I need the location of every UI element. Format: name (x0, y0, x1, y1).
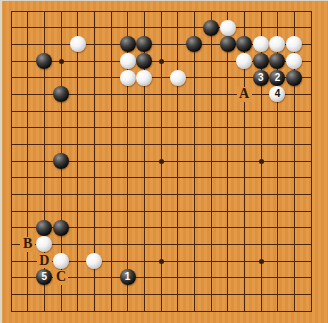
intersection-A14[interactable] (3, 86, 20, 103)
intersection-G6[interactable] (103, 219, 120, 236)
intersection-G5[interactable] (103, 236, 120, 253)
intersection-C4[interactable]: D (36, 253, 53, 270)
intersection-D16[interactable] (53, 53, 70, 70)
intersection-O11[interactable] (219, 136, 236, 153)
intersection-G15[interactable] (103, 69, 120, 86)
intersection-R15[interactable]: 2 (269, 69, 286, 86)
intersection-T16[interactable] (302, 53, 319, 70)
intersection-E12[interactable] (69, 119, 86, 136)
intersection-L12[interactable] (169, 119, 186, 136)
intersection-R14[interactable]: 4 (269, 86, 286, 103)
intersection-D6[interactable] (53, 219, 70, 236)
intersection-N18[interactable] (203, 19, 220, 36)
intersection-H14[interactable] (119, 86, 136, 103)
intersection-S15[interactable] (286, 69, 303, 86)
intersection-E13[interactable] (69, 103, 86, 120)
intersection-J8[interactable] (136, 186, 153, 203)
intersection-Q17[interactable] (253, 36, 270, 53)
intersection-Q16[interactable] (253, 53, 270, 70)
intersection-B16[interactable] (19, 53, 36, 70)
intersection-Q4[interactable] (253, 253, 270, 270)
intersection-M6[interactable] (186, 219, 203, 236)
intersection-A3[interactable] (3, 269, 20, 286)
intersection-K1[interactable] (153, 302, 170, 319)
intersection-C2[interactable] (36, 286, 53, 303)
intersection-Q14[interactable] (253, 86, 270, 103)
intersection-P16[interactable] (236, 53, 253, 70)
intersection-B13[interactable] (19, 103, 36, 120)
intersection-Q19[interactable] (253, 3, 270, 20)
intersection-G18[interactable] (103, 19, 120, 36)
intersection-B9[interactable] (19, 169, 36, 186)
intersection-C8[interactable] (36, 186, 53, 203)
intersection-Q9[interactable] (253, 169, 270, 186)
intersection-B18[interactable] (19, 19, 36, 36)
intersection-B2[interactable] (19, 286, 36, 303)
intersection-T4[interactable] (302, 253, 319, 270)
intersection-M4[interactable] (186, 253, 203, 270)
intersection-F2[interactable] (86, 286, 103, 303)
intersection-D1[interactable] (53, 302, 70, 319)
intersection-O19[interactable] (219, 3, 236, 20)
intersection-N4[interactable] (203, 253, 220, 270)
intersection-E8[interactable] (69, 186, 86, 203)
intersection-A5[interactable] (3, 236, 20, 253)
intersection-C13[interactable] (36, 103, 53, 120)
intersection-A2[interactable] (3, 286, 20, 303)
intersection-L11[interactable] (169, 136, 186, 153)
intersection-F7[interactable] (86, 203, 103, 220)
intersection-K12[interactable] (153, 119, 170, 136)
intersection-B14[interactable] (19, 86, 36, 103)
intersection-O17[interactable] (219, 36, 236, 53)
intersection-K8[interactable] (153, 186, 170, 203)
intersection-Q1[interactable] (253, 302, 270, 319)
intersection-N15[interactable] (203, 69, 220, 86)
intersection-S17[interactable] (286, 36, 303, 53)
intersection-M17[interactable] (186, 36, 203, 53)
intersection-P4[interactable] (236, 253, 253, 270)
intersection-L17[interactable] (169, 36, 186, 53)
intersection-N19[interactable] (203, 3, 220, 20)
intersection-H6[interactable] (119, 219, 136, 236)
intersection-B11[interactable] (19, 136, 36, 153)
intersection-J1[interactable] (136, 302, 153, 319)
intersection-K19[interactable] (153, 3, 170, 20)
intersection-J4[interactable] (136, 253, 153, 270)
intersection-F5[interactable] (86, 236, 103, 253)
intersection-J17[interactable] (136, 36, 153, 53)
intersection-N7[interactable] (203, 203, 220, 220)
intersection-H18[interactable] (119, 19, 136, 36)
intersection-N5[interactable] (203, 236, 220, 253)
intersection-K18[interactable] (153, 19, 170, 36)
intersection-B4[interactable] (19, 253, 36, 270)
intersection-F17[interactable] (86, 36, 103, 53)
intersection-T12[interactable] (302, 119, 319, 136)
intersection-E4[interactable] (69, 253, 86, 270)
intersection-G7[interactable] (103, 203, 120, 220)
intersection-L10[interactable] (169, 153, 186, 170)
intersection-L18[interactable] (169, 19, 186, 36)
intersection-K16[interactable] (153, 53, 170, 70)
intersection-R6[interactable] (269, 219, 286, 236)
intersection-L6[interactable] (169, 219, 186, 236)
intersection-G13[interactable] (103, 103, 120, 120)
intersection-B7[interactable] (19, 203, 36, 220)
intersection-H19[interactable] (119, 3, 136, 20)
intersection-K4[interactable] (153, 253, 170, 270)
intersection-N1[interactable] (203, 302, 220, 319)
intersection-S18[interactable] (286, 19, 303, 36)
intersection-G19[interactable] (103, 3, 120, 20)
intersection-O6[interactable] (219, 219, 236, 236)
intersection-P14[interactable]: A (236, 86, 253, 103)
intersection-S11[interactable] (286, 136, 303, 153)
intersection-H3[interactable]: 1 (119, 269, 136, 286)
intersection-S19[interactable] (286, 3, 303, 20)
intersection-C18[interactable] (36, 19, 53, 36)
intersection-R2[interactable] (269, 286, 286, 303)
intersection-O14[interactable] (219, 86, 236, 103)
intersection-M16[interactable] (186, 53, 203, 70)
intersection-E2[interactable] (69, 286, 86, 303)
intersection-D5[interactable] (53, 236, 70, 253)
intersection-A9[interactable] (3, 169, 20, 186)
intersection-E19[interactable] (69, 3, 86, 20)
intersection-Q18[interactable] (253, 19, 270, 36)
intersection-M3[interactable] (186, 269, 203, 286)
intersection-Q15[interactable]: 3 (253, 69, 270, 86)
intersection-T6[interactable] (302, 219, 319, 236)
intersection-R13[interactable] (269, 103, 286, 120)
intersection-Q5[interactable] (253, 236, 270, 253)
intersection-N14[interactable] (203, 86, 220, 103)
intersection-G10[interactable] (103, 153, 120, 170)
intersection-S10[interactable] (286, 153, 303, 170)
intersection-F9[interactable] (86, 169, 103, 186)
intersection-A6[interactable] (3, 219, 20, 236)
intersection-H5[interactable] (119, 236, 136, 253)
intersection-T15[interactable] (302, 69, 319, 86)
intersection-K3[interactable] (153, 269, 170, 286)
intersection-P11[interactable] (236, 136, 253, 153)
intersection-H10[interactable] (119, 153, 136, 170)
intersection-T1[interactable] (302, 302, 319, 319)
intersection-C15[interactable] (36, 69, 53, 86)
intersection-S8[interactable] (286, 186, 303, 203)
intersection-M1[interactable] (186, 302, 203, 319)
intersection-F14[interactable] (86, 86, 103, 103)
intersection-O9[interactable] (219, 169, 236, 186)
intersection-A10[interactable] (3, 153, 20, 170)
intersection-F10[interactable] (86, 153, 103, 170)
intersection-T8[interactable] (302, 186, 319, 203)
intersection-E6[interactable] (69, 219, 86, 236)
intersection-H13[interactable] (119, 103, 136, 120)
intersection-A16[interactable] (3, 53, 20, 70)
intersection-M10[interactable] (186, 153, 203, 170)
intersection-L3[interactable] (169, 269, 186, 286)
intersection-E5[interactable] (69, 236, 86, 253)
intersection-B19[interactable] (19, 3, 36, 20)
intersection-J16[interactable] (136, 53, 153, 70)
intersection-S3[interactable] (286, 269, 303, 286)
intersection-C6[interactable] (36, 219, 53, 236)
intersection-D7[interactable] (53, 203, 70, 220)
intersection-K7[interactable] (153, 203, 170, 220)
intersection-O2[interactable] (219, 286, 236, 303)
intersection-R4[interactable] (269, 253, 286, 270)
intersection-P5[interactable] (236, 236, 253, 253)
intersection-P18[interactable] (236, 19, 253, 36)
intersection-M15[interactable] (186, 69, 203, 86)
intersection-E11[interactable] (69, 136, 86, 153)
intersection-K6[interactable] (153, 219, 170, 236)
intersection-A18[interactable] (3, 19, 20, 36)
intersection-M7[interactable] (186, 203, 203, 220)
intersection-H12[interactable] (119, 119, 136, 136)
intersection-A7[interactable] (3, 203, 20, 220)
intersection-R19[interactable] (269, 3, 286, 20)
intersection-M5[interactable] (186, 236, 203, 253)
intersection-M13[interactable] (186, 103, 203, 120)
intersection-R10[interactable] (269, 153, 286, 170)
intersection-H4[interactable] (119, 253, 136, 270)
intersection-S16[interactable] (286, 53, 303, 70)
intersection-S12[interactable] (286, 119, 303, 136)
intersection-H16[interactable] (119, 53, 136, 70)
intersection-K10[interactable] (153, 153, 170, 170)
intersection-D11[interactable] (53, 136, 70, 153)
intersection-H7[interactable] (119, 203, 136, 220)
intersection-H2[interactable] (119, 286, 136, 303)
intersection-M19[interactable] (186, 3, 203, 20)
intersection-R9[interactable] (269, 169, 286, 186)
intersection-T7[interactable] (302, 203, 319, 220)
intersection-A8[interactable] (3, 186, 20, 203)
intersection-A13[interactable] (3, 103, 20, 120)
intersection-C9[interactable] (36, 169, 53, 186)
intersection-F11[interactable] (86, 136, 103, 153)
intersection-S5[interactable] (286, 236, 303, 253)
intersection-T3[interactable] (302, 269, 319, 286)
intersection-M14[interactable] (186, 86, 203, 103)
intersection-H17[interactable] (119, 36, 136, 53)
intersection-F4[interactable] (86, 253, 103, 270)
intersection-H15[interactable] (119, 69, 136, 86)
intersection-P17[interactable] (236, 36, 253, 53)
intersection-T18[interactable] (302, 19, 319, 36)
intersection-D18[interactable] (53, 19, 70, 36)
intersection-D4[interactable] (53, 253, 70, 270)
intersection-M12[interactable] (186, 119, 203, 136)
intersection-F13[interactable] (86, 103, 103, 120)
intersection-G14[interactable] (103, 86, 120, 103)
intersection-J6[interactable] (136, 219, 153, 236)
intersection-D12[interactable] (53, 119, 70, 136)
intersection-N6[interactable] (203, 219, 220, 236)
intersection-Q13[interactable] (253, 103, 270, 120)
intersection-Q2[interactable] (253, 286, 270, 303)
intersection-T13[interactable] (302, 103, 319, 120)
intersection-L1[interactable] (169, 302, 186, 319)
intersection-H11[interactable] (119, 136, 136, 153)
intersection-K9[interactable] (153, 169, 170, 186)
intersection-P6[interactable] (236, 219, 253, 236)
intersection-N12[interactable] (203, 119, 220, 136)
intersection-J7[interactable] (136, 203, 153, 220)
intersection-N13[interactable] (203, 103, 220, 120)
intersection-K11[interactable] (153, 136, 170, 153)
intersection-A11[interactable] (3, 136, 20, 153)
intersection-R12[interactable] (269, 119, 286, 136)
intersection-J11[interactable] (136, 136, 153, 153)
intersection-A1[interactable] (3, 302, 20, 319)
intersection-J18[interactable] (136, 19, 153, 36)
intersection-L9[interactable] (169, 169, 186, 186)
intersection-L13[interactable] (169, 103, 186, 120)
intersection-D14[interactable] (53, 86, 70, 103)
intersection-P12[interactable] (236, 119, 253, 136)
intersection-F18[interactable] (86, 19, 103, 36)
intersection-F6[interactable] (86, 219, 103, 236)
intersection-D9[interactable] (53, 169, 70, 186)
intersection-G1[interactable] (103, 302, 120, 319)
intersection-D2[interactable] (53, 286, 70, 303)
intersection-C1[interactable] (36, 302, 53, 319)
intersection-Q10[interactable] (253, 153, 270, 170)
intersection-L19[interactable] (169, 3, 186, 20)
intersection-O13[interactable] (219, 103, 236, 120)
intersection-G4[interactable] (103, 253, 120, 270)
intersection-T14[interactable] (302, 86, 319, 103)
intersection-O1[interactable] (219, 302, 236, 319)
intersection-O10[interactable] (219, 153, 236, 170)
intersection-K2[interactable] (153, 286, 170, 303)
intersection-T11[interactable] (302, 136, 319, 153)
intersection-R1[interactable] (269, 302, 286, 319)
intersection-P9[interactable] (236, 169, 253, 186)
intersection-R3[interactable] (269, 269, 286, 286)
intersection-E9[interactable] (69, 169, 86, 186)
intersection-G16[interactable] (103, 53, 120, 70)
intersection-F19[interactable] (86, 3, 103, 20)
intersection-L5[interactable] (169, 236, 186, 253)
intersection-B12[interactable] (19, 119, 36, 136)
intersection-D17[interactable] (53, 36, 70, 53)
intersection-C7[interactable] (36, 203, 53, 220)
intersection-E17[interactable] (69, 36, 86, 53)
intersection-P19[interactable] (236, 3, 253, 20)
intersection-N9[interactable] (203, 169, 220, 186)
intersection-N10[interactable] (203, 153, 220, 170)
intersection-R5[interactable] (269, 236, 286, 253)
intersection-T2[interactable] (302, 286, 319, 303)
intersection-A15[interactable] (3, 69, 20, 86)
intersection-D15[interactable] (53, 69, 70, 86)
intersection-P10[interactable] (236, 153, 253, 170)
intersection-C3[interactable]: 5 (36, 269, 53, 286)
intersection-K5[interactable] (153, 236, 170, 253)
intersection-J13[interactable] (136, 103, 153, 120)
intersection-P2[interactable] (236, 286, 253, 303)
intersection-M8[interactable] (186, 186, 203, 203)
intersection-S9[interactable] (286, 169, 303, 186)
intersection-A12[interactable] (3, 119, 20, 136)
intersection-O12[interactable] (219, 119, 236, 136)
intersection-Q11[interactable] (253, 136, 270, 153)
intersection-T17[interactable] (302, 36, 319, 53)
intersection-O4[interactable] (219, 253, 236, 270)
intersection-R11[interactable] (269, 136, 286, 153)
intersection-S6[interactable] (286, 219, 303, 236)
intersection-G11[interactable] (103, 136, 120, 153)
intersection-G9[interactable] (103, 169, 120, 186)
intersection-T19[interactable] (302, 3, 319, 20)
intersection-C10[interactable] (36, 153, 53, 170)
intersection-P15[interactable] (236, 69, 253, 86)
intersection-K15[interactable] (153, 69, 170, 86)
intersection-Q8[interactable] (253, 186, 270, 203)
intersection-P7[interactable] (236, 203, 253, 220)
intersection-N3[interactable] (203, 269, 220, 286)
intersection-D3[interactable]: C (53, 269, 70, 286)
intersection-E16[interactable] (69, 53, 86, 70)
intersection-D19[interactable] (53, 3, 70, 20)
intersection-Q12[interactable] (253, 119, 270, 136)
intersection-L16[interactable] (169, 53, 186, 70)
intersection-A17[interactable] (3, 36, 20, 53)
intersection-T10[interactable] (302, 153, 319, 170)
intersection-F15[interactable] (86, 69, 103, 86)
intersection-J9[interactable] (136, 169, 153, 186)
intersection-E18[interactable] (69, 19, 86, 36)
intersection-B8[interactable] (19, 186, 36, 203)
intersection-T9[interactable] (302, 169, 319, 186)
intersection-M18[interactable] (186, 19, 203, 36)
intersection-L2[interactable] (169, 286, 186, 303)
intersection-Q3[interactable] (253, 269, 270, 286)
intersection-B15[interactable] (19, 69, 36, 86)
intersection-C11[interactable] (36, 136, 53, 153)
intersection-B10[interactable] (19, 153, 36, 170)
intersection-R8[interactable] (269, 186, 286, 203)
intersection-L15[interactable] (169, 69, 186, 86)
intersection-O3[interactable] (219, 269, 236, 286)
intersection-L8[interactable] (169, 186, 186, 203)
intersection-G17[interactable] (103, 36, 120, 53)
intersection-B5[interactable]: B (19, 236, 36, 253)
intersection-N8[interactable] (203, 186, 220, 203)
intersection-E10[interactable] (69, 153, 86, 170)
intersection-L14[interactable] (169, 86, 186, 103)
intersection-G3[interactable] (103, 269, 120, 286)
intersection-T5[interactable] (302, 236, 319, 253)
intersection-F16[interactable] (86, 53, 103, 70)
intersection-A19[interactable] (3, 3, 20, 20)
intersection-H8[interactable] (119, 186, 136, 203)
intersection-D13[interactable] (53, 103, 70, 120)
intersection-E7[interactable] (69, 203, 86, 220)
intersection-O16[interactable] (219, 53, 236, 70)
intersection-F1[interactable] (86, 302, 103, 319)
intersection-N17[interactable] (203, 36, 220, 53)
intersection-P13[interactable] (236, 103, 253, 120)
intersection-P1[interactable] (236, 302, 253, 319)
intersection-Q7[interactable] (253, 203, 270, 220)
intersection-R7[interactable] (269, 203, 286, 220)
